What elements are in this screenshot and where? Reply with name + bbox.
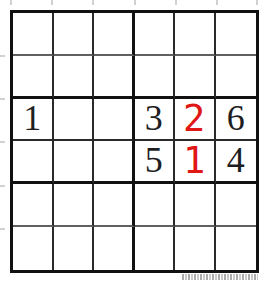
given-digit: 1 bbox=[23, 100, 41, 138]
cell-r2c5[interactable] bbox=[175, 56, 216, 99]
cell-r4c1[interactable] bbox=[13, 141, 54, 184]
given-digit: 3 bbox=[145, 100, 163, 138]
given-digit: 6 bbox=[227, 100, 245, 138]
entered-digit: 1 bbox=[183, 142, 205, 181]
crop-artifact-tick bbox=[0, 141, 5, 143]
cell-r4c4[interactable]: 5 bbox=[135, 141, 176, 184]
cell-r5c3[interactable] bbox=[94, 184, 135, 227]
cell-r6c5[interactable] bbox=[175, 227, 216, 270]
cell-r1c1[interactable] bbox=[13, 13, 54, 56]
watermark bbox=[182, 274, 258, 280]
cell-r4c6[interactable]: 4 bbox=[216, 141, 257, 184]
crop-artifact-tick bbox=[51, 0, 53, 5]
cell-r6c3[interactable] bbox=[94, 227, 135, 270]
cell-r3c6[interactable]: 6 bbox=[216, 99, 257, 142]
cell-r4c3[interactable] bbox=[94, 141, 135, 184]
crop-artifact-tick bbox=[0, 98, 5, 100]
cell-r5c6[interactable] bbox=[216, 184, 257, 227]
crop-artifact-tick bbox=[10, 0, 12, 5]
crop-artifact-tick bbox=[256, 0, 258, 5]
crop-artifact-tick bbox=[216, 0, 218, 5]
cell-r6c2[interactable] bbox=[54, 227, 95, 270]
crop-artifact-tick bbox=[0, 185, 5, 187]
cell-r6c6[interactable] bbox=[216, 227, 257, 270]
entered-digit: 2 bbox=[183, 100, 205, 139]
crop-artifact-tick bbox=[175, 0, 177, 5]
cell-r1c6[interactable] bbox=[216, 13, 257, 56]
cell-r1c3[interactable] bbox=[94, 13, 135, 56]
given-digit: 4 bbox=[227, 142, 245, 180]
cell-r4c5[interactable]: 1 bbox=[175, 141, 216, 184]
crop-artifact-tick bbox=[0, 228, 5, 230]
cell-r2c3[interactable] bbox=[94, 56, 135, 99]
cell-r2c1[interactable] bbox=[13, 56, 54, 99]
cell-r3c5[interactable]: 2 bbox=[175, 99, 216, 142]
cell-r4c2[interactable] bbox=[54, 141, 95, 184]
cell-r3c2[interactable] bbox=[54, 99, 95, 142]
cell-r2c6[interactable] bbox=[216, 56, 257, 99]
given-digit: 5 bbox=[145, 142, 163, 180]
cell-r5c5[interactable] bbox=[175, 184, 216, 227]
cell-r3c3[interactable] bbox=[94, 99, 135, 142]
cell-r3c1[interactable]: 1 bbox=[13, 99, 54, 142]
cell-r3c4[interactable]: 3 bbox=[135, 99, 176, 142]
crop-artifact-tick bbox=[0, 55, 5, 57]
cell-r1c2[interactable] bbox=[54, 13, 95, 56]
cell-r5c2[interactable] bbox=[54, 184, 95, 227]
cell-r6c4[interactable] bbox=[135, 227, 176, 270]
cell-r1c5[interactable] bbox=[175, 13, 216, 56]
cell-r5c1[interactable] bbox=[13, 184, 54, 227]
cell-r5c4[interactable] bbox=[135, 184, 176, 227]
cell-r2c4[interactable] bbox=[135, 56, 176, 99]
sudoku-page: 1326514 bbox=[0, 0, 267, 283]
crop-artifact-tick bbox=[92, 0, 94, 5]
crop-artifact-tick bbox=[134, 0, 136, 5]
cell-r1c4[interactable] bbox=[135, 13, 176, 56]
sudoku-board: 1326514 bbox=[10, 10, 259, 273]
cell-r2c2[interactable] bbox=[54, 56, 95, 99]
cell-r6c1[interactable] bbox=[13, 227, 54, 270]
